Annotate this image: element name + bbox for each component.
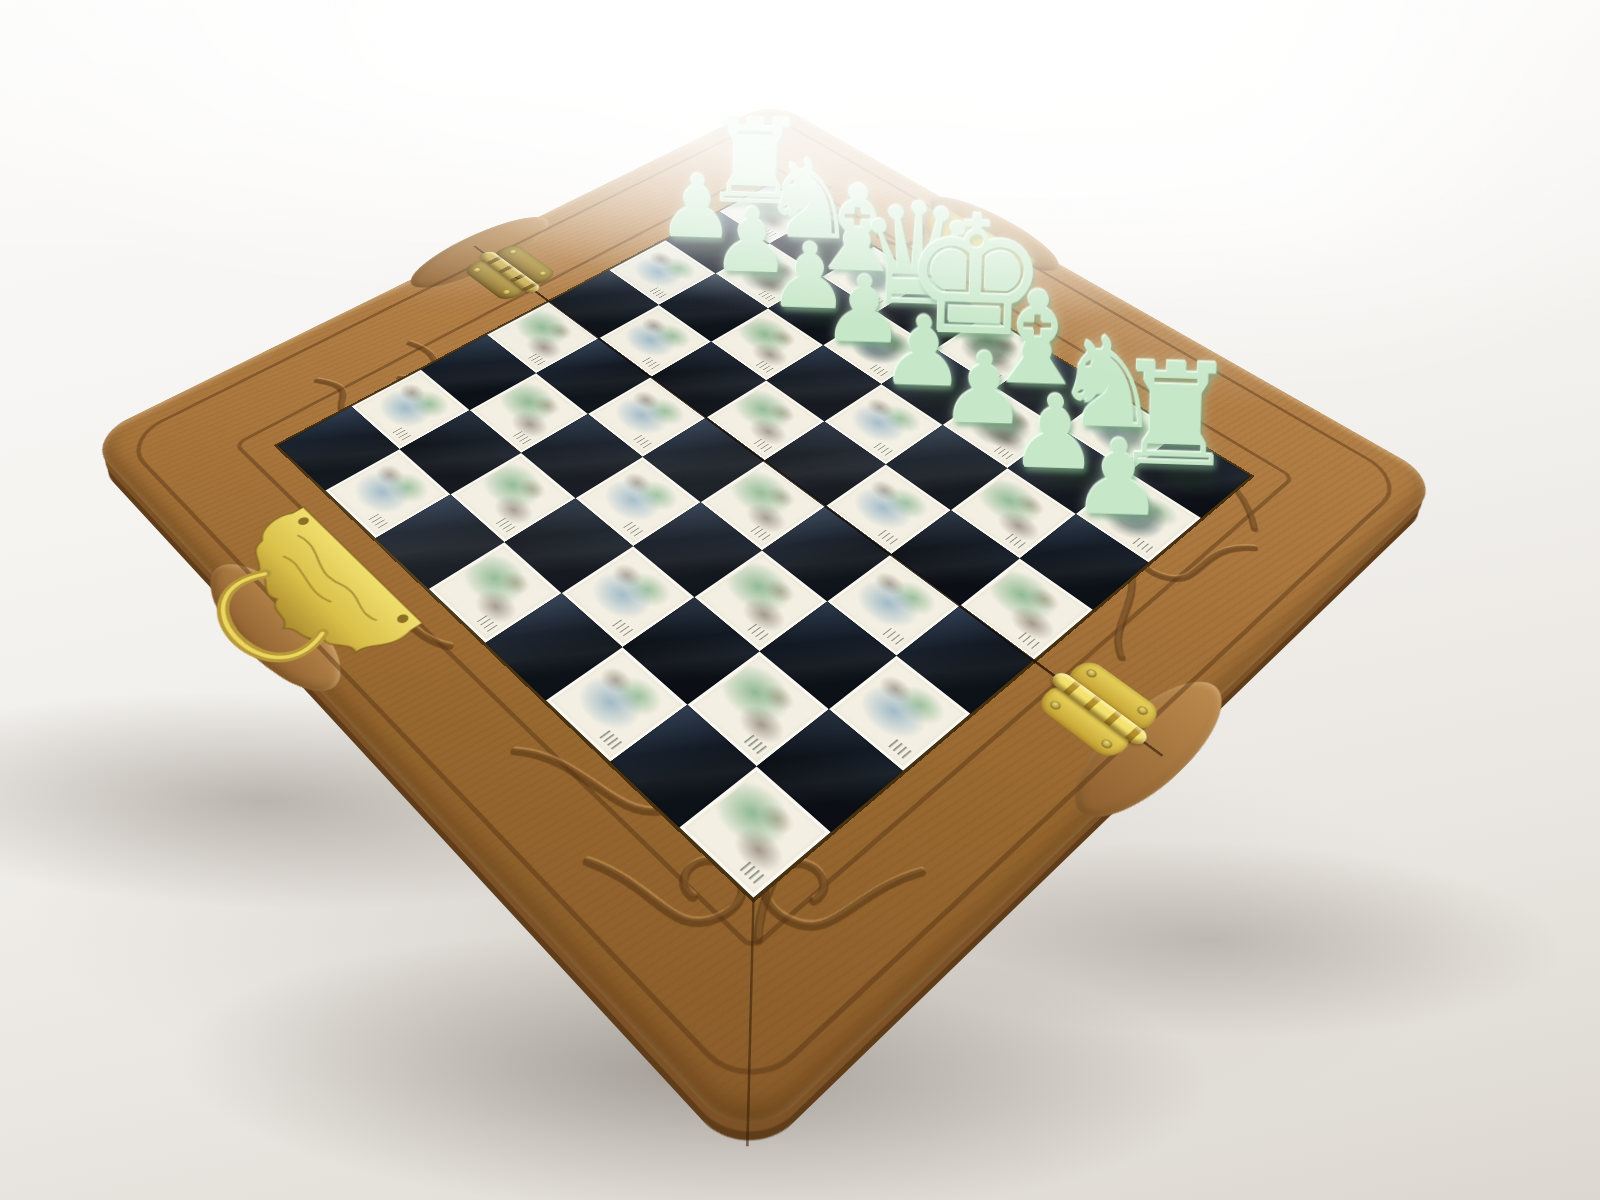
frame-scallop-bulge	[396, 208, 563, 299]
photo-stage: ♜♞♝♛♚♝♞♜♟♟♟♟♟♟♟♟	[0, 0, 1600, 1200]
folding-chess-box: ♜♞♝♛♚♝♞♜♟♟♟♟♟♟♟♟	[86, 101, 1443, 1150]
brass-plate	[214, 505, 424, 681]
camera-lean-wrapper: ♜♞♝♛♚♝♞♜♟♟♟♟♟♟♟♟	[0, 0, 1600, 1200]
board-square[interactable]	[450, 453, 575, 542]
perspective-scene: ♜♞♝♛♚♝♞♜♟♟♟♟♟♟♟♟	[0, 0, 1600, 1200]
chess-piece-pawn[interactable]: ♟	[992, 422, 1244, 534]
